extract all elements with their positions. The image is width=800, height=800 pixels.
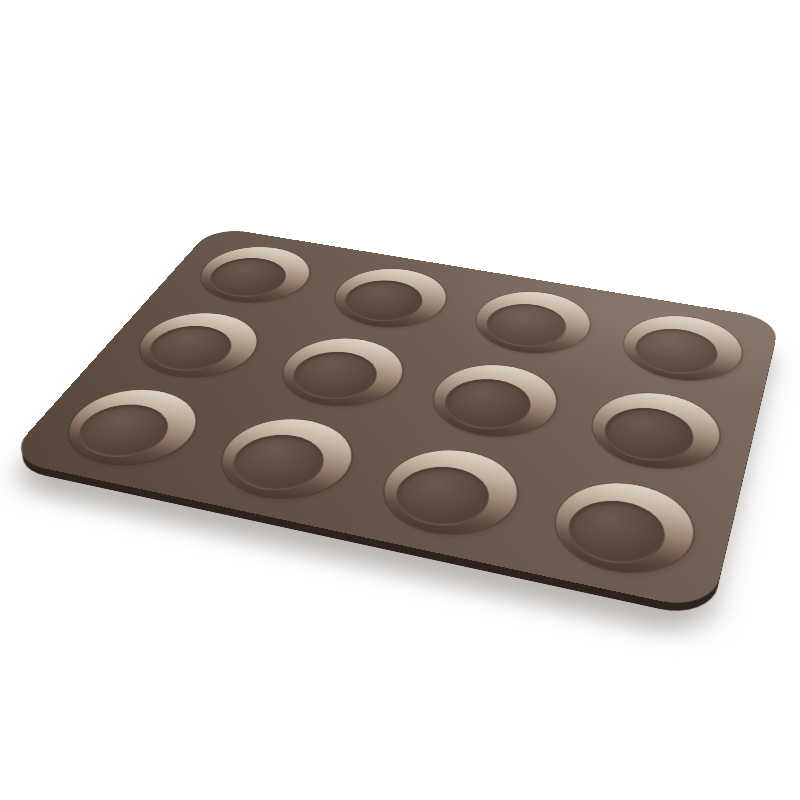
muffin-cup [366, 440, 531, 545]
muffin-cup-floor [559, 493, 673, 572]
muffin-cup-floor [383, 460, 499, 534]
muffin-cup-floor [434, 373, 540, 436]
muffin-cup-floor [628, 323, 723, 380]
muffin-cup [542, 473, 704, 585]
muffin-cup [418, 357, 568, 446]
muffin-cup-floor [281, 346, 388, 406]
muffin-cup [183, 240, 324, 309]
muffin-cup-floor [198, 253, 297, 302]
muffin-cup [463, 285, 601, 362]
photo-canvas [0, 0, 800, 800]
muffin-cup [120, 306, 274, 386]
muffin-cup-floor [135, 320, 244, 377]
muffin-cup [265, 330, 417, 415]
muffin-cup-floor [334, 275, 432, 326]
muffin-cup-floor [219, 428, 337, 498]
muffin-cup-floor [596, 401, 700, 468]
muffin-cup [614, 308, 749, 389]
muffin-cup [201, 410, 369, 509]
muffin-cup [46, 381, 216, 475]
muffin-cup-floor [477, 299, 574, 353]
muffin-cup-floor [63, 398, 182, 464]
muffin-cup [581, 384, 728, 478]
muffin-cup [320, 262, 460, 335]
